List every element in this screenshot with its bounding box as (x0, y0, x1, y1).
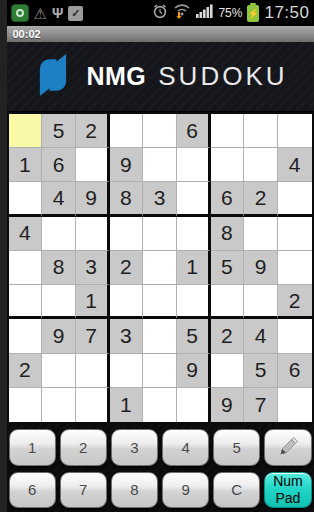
sudoku-cell-r8c2[interactable] (42, 354, 76, 388)
keypad-row-2: 6789CNum Pad (9, 472, 312, 509)
record-icon (11, 4, 29, 22)
sudoku-cell-r8c9[interactable]: 6 (278, 354, 312, 388)
battery-percent: 75% (218, 6, 242, 20)
key-6[interactable]: 6 (9, 472, 56, 509)
sudoku-cell-r9c9[interactable] (278, 388, 312, 422)
sudoku-cell-r9c4[interactable]: 1 (110, 388, 144, 422)
sudoku-cell-r6c1[interactable] (9, 285, 43, 319)
sudoku-cell-r8c5[interactable] (143, 354, 177, 388)
usb-icon: Ψ (52, 6, 63, 20)
sudoku-cell-r8c6[interactable]: 9 (177, 354, 211, 388)
sudoku-cell-r9c7[interactable]: 9 (211, 388, 245, 422)
sudoku-cell-r5c4[interactable]: 2 (110, 251, 144, 285)
sudoku-cell-r6c4[interactable] (110, 285, 144, 319)
sudoku-cell-r4c1[interactable]: 4 (9, 217, 43, 251)
sudoku-cell-r7c1[interactable] (9, 319, 43, 353)
sudoku-cell-r9c6[interactable] (177, 388, 211, 422)
sudoku-cell-r2c3[interactable] (76, 148, 110, 182)
sudoku-cell-r3c2[interactable]: 4 (42, 182, 76, 216)
number-keypad: 12345 6789CNum Pad (7, 424, 314, 512)
sudoku-cell-r5c8[interactable]: 9 (244, 251, 278, 285)
warning-icon: ⚠ (34, 6, 47, 21)
sudoku-cell-r9c1[interactable] (9, 388, 43, 422)
signal-icon (196, 4, 213, 22)
phone-screen: ⚠ Ψ ✓ (7, 0, 314, 512)
key-4[interactable]: 4 (162, 429, 209, 466)
sudoku-cell-r2c4[interactable]: 9 (110, 148, 144, 182)
keypad-row-1: 12345 (9, 429, 312, 466)
sudoku-cell-r1c4[interactable] (110, 114, 144, 148)
sudoku-cell-r8c7[interactable] (211, 354, 245, 388)
status-time: 17:50 (264, 3, 309, 23)
sudoku-cell-r9c5[interactable] (143, 388, 177, 422)
sudoku-cell-r6c9[interactable]: 2 (278, 285, 312, 319)
sudoku-cell-r3c1[interactable] (9, 182, 43, 216)
sudoku-cell-r1c3[interactable]: 2 (76, 114, 110, 148)
sudoku-cell-r4c3[interactable] (76, 217, 110, 251)
sudoku-cell-r1c6[interactable]: 6 (177, 114, 211, 148)
sudoku-cell-r7c5[interactable] (143, 319, 177, 353)
sudoku-cell-r1c8[interactable] (244, 114, 278, 148)
sudoku-cell-r7c9[interactable] (278, 319, 312, 353)
sudoku-cell-r6c2[interactable] (42, 285, 76, 319)
sudoku-cell-r6c7[interactable] (211, 285, 245, 319)
sudoku-cell-r5c9[interactable] (278, 251, 312, 285)
sudoku-cell-r6c5[interactable] (143, 285, 177, 319)
sudoku-cell-r7c6[interactable]: 5 (177, 319, 211, 353)
sudoku-cell-r4c2[interactable] (42, 217, 76, 251)
sudoku-cell-r8c8[interactable]: 5 (244, 354, 278, 388)
key-c[interactable]: C (213, 472, 260, 509)
sudoku-cell-r5c3[interactable]: 3 (76, 251, 110, 285)
sudoku-cell-r2c8[interactable] (244, 148, 278, 182)
sudoku-cell-r4c5[interactable] (143, 217, 177, 251)
sudoku-cell-r7c4[interactable]: 3 (110, 319, 144, 353)
timer-bar: 00:02 (7, 26, 314, 42)
sudoku-cell-r8c1[interactable]: 2 (9, 354, 43, 388)
brand-name: NMG (86, 62, 146, 91)
sudoku-cell-r3c5[interactable]: 3 (143, 182, 177, 216)
sudoku-cell-r5c2[interactable]: 8 (42, 251, 76, 285)
status-bar: ⚠ Ψ ✓ (7, 0, 314, 26)
key-3[interactable]: 3 (111, 429, 158, 466)
game-timer: 00:02 (13, 28, 41, 40)
battery-charging-icon: ⚡ (247, 5, 259, 22)
sudoku-cell-r2c2[interactable]: 6 (42, 148, 76, 182)
sudoku-cell-r6c8[interactable] (244, 285, 278, 319)
sudoku-cell-r4c9[interactable] (278, 217, 312, 251)
sudoku-cell-r6c3[interactable]: 1 (76, 285, 110, 319)
sudoku-cell-r3c8[interactable]: 2 (244, 182, 278, 216)
sudoku-cell-r3c4[interactable]: 8 (110, 182, 144, 216)
key-2[interactable]: 2 (60, 429, 107, 466)
checkbox-icon: ✓ (68, 6, 83, 21)
key-5[interactable]: 5 (213, 429, 260, 466)
sudoku-cell-r5c1[interactable] (9, 251, 43, 285)
sudoku-cell-r2c6[interactable] (177, 148, 211, 182)
pencil-button[interactable] (264, 429, 311, 466)
sudoku-cell-r7c3[interactable]: 7 (76, 319, 110, 353)
sudoku-cell-r3c7[interactable]: 6 (211, 182, 245, 216)
sudoku-cell-r2c5[interactable] (143, 148, 177, 182)
sudoku-cell-r2c9[interactable]: 4 (278, 148, 312, 182)
sudoku-cell-r4c8[interactable] (244, 217, 278, 251)
num-pad-button[interactable]: Num Pad (264, 472, 311, 509)
sudoku-cell-r3c6[interactable] (177, 182, 211, 216)
sudoku-cell-r5c7[interactable]: 5 (211, 251, 245, 285)
sudoku-cell-r2c7[interactable] (211, 148, 245, 182)
sudoku-cell-r8c4[interactable] (110, 354, 144, 388)
sudoku-cell-r8c3[interactable] (76, 354, 110, 388)
key-7[interactable]: 7 (60, 472, 107, 509)
sudoku-cell-r9c3[interactable] (76, 388, 110, 422)
app-title: SUDOKU (158, 61, 287, 92)
pencil-icon (275, 434, 301, 460)
sudoku-cell-r4c7[interactable]: 8 (211, 217, 245, 251)
sudoku-cell-r9c8[interactable]: 7 (244, 388, 278, 422)
app-header: NMG SUDOKU (7, 42, 314, 112)
sudoku-cell-r3c3[interactable]: 9 (76, 182, 110, 216)
sudoku-cell-r1c1[interactable] (9, 114, 43, 148)
key-9[interactable]: 9 (162, 472, 209, 509)
sudoku-board: 526169449836248832159129735242956197 (7, 112, 314, 424)
sudoku-cell-r1c5[interactable] (143, 114, 177, 148)
alarm-icon (152, 3, 168, 23)
sudoku-cell-r9c2[interactable] (42, 388, 76, 422)
sudoku-cell-r5c5[interactable] (143, 251, 177, 285)
sudoku-cell-r4c6[interactable] (177, 217, 211, 251)
wifi-download-icon (173, 3, 191, 23)
sudoku-cell-r7c2[interactable]: 9 (42, 319, 76, 353)
sudoku-cell-r7c8[interactable]: 4 (244, 319, 278, 353)
sudoku-cell-r1c2[interactable]: 5 (42, 114, 76, 148)
nmg-logo-icon (32, 52, 74, 102)
key-8[interactable]: 8 (111, 472, 158, 509)
sudoku-cell-r2c1[interactable]: 1 (9, 148, 43, 182)
sudoku-cell-r3c9[interactable] (278, 182, 312, 216)
sudoku-cell-r7c7[interactable]: 2 (211, 319, 245, 353)
sudoku-cell-r4c4[interactable] (110, 217, 144, 251)
key-1[interactable]: 1 (9, 429, 56, 466)
sudoku-cell-r5c6[interactable]: 1 (177, 251, 211, 285)
sudoku-cell-r1c7[interactable] (211, 114, 245, 148)
sudoku-cell-r6c6[interactable] (177, 285, 211, 319)
sudoku-cell-r1c9[interactable] (278, 114, 312, 148)
